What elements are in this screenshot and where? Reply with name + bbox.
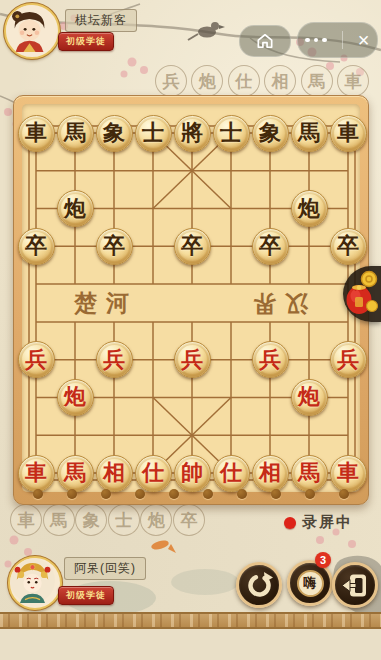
stud-icon — [67, 489, 77, 499]
piece-glyph: 車 — [337, 462, 359, 484]
decor-faded-piece: 卒 — [173, 504, 205, 536]
player-avatar[interactable] — [4, 3, 60, 59]
piece-black-soldier[interactable]: 卒 — [174, 228, 211, 265]
decor-faded-piece: 相 — [264, 65, 296, 97]
piece-glyph: 帥 — [181, 462, 203, 484]
stud-icon — [237, 489, 247, 499]
piece-red-elephant[interactable]: 相 — [252, 455, 289, 492]
stud-icon — [135, 489, 145, 499]
piece-glyph: 兵 — [25, 349, 47, 371]
board-frame-studs — [33, 489, 349, 499]
more-dots-icon — [305, 38, 310, 43]
piece-glyph: 仕 — [142, 462, 164, 484]
piece-glyph: 卒 — [181, 235, 203, 257]
piece-glyph: 相 — [259, 462, 281, 484]
piece-red-soldier[interactable]: 兵 — [330, 341, 367, 378]
piece-glyph: 車 — [337, 122, 359, 144]
piece-red-horse[interactable]: 馬 — [57, 455, 94, 492]
decor-faded-piece: 馬 — [301, 65, 333, 97]
exit-button[interactable] — [332, 562, 378, 608]
piece-red-horse[interactable]: 馬 — [291, 455, 328, 492]
piece-glyph: 相 — [103, 462, 125, 484]
piece-glyph: 馬 — [64, 122, 86, 144]
piece-red-chariot[interactable]: 車 — [330, 455, 367, 492]
piece-glyph: 卒 — [259, 235, 281, 257]
stud-icon — [271, 489, 281, 499]
piece-red-cannon[interactable]: 炮 — [291, 379, 328, 416]
decor-faded-piece: 象 — [75, 504, 107, 536]
system-capsule: × — [297, 22, 378, 58]
piece-glyph: 仕 — [220, 462, 242, 484]
player-rank-badge: 初级学徒 — [58, 32, 114, 51]
piece-glyph: 卒 — [25, 235, 47, 257]
piece-glyph: 卒 — [337, 235, 359, 257]
piece-black-elephant[interactable]: 象 — [252, 115, 289, 152]
decor-faded-piece: 車 — [10, 504, 42, 536]
piece-black-elephant[interactable]: 象 — [96, 115, 133, 152]
piece-glyph: 象 — [259, 122, 281, 144]
decor-faded-piece: 車 — [337, 65, 369, 97]
player-rank: 初级学徒 — [66, 36, 106, 46]
more-dots-icon — [314, 38, 319, 43]
piece-black-soldier[interactable]: 卒 — [252, 228, 289, 265]
stud-icon — [101, 489, 111, 499]
piece-red-soldier[interactable]: 兵 — [18, 341, 55, 378]
player-name: 棋坛新客 — [75, 13, 127, 27]
stud-icon — [33, 489, 43, 499]
piece-glyph: 象 — [103, 122, 125, 144]
piece-black-cannon[interactable]: 炮 — [291, 190, 328, 227]
piece-black-chariot[interactable]: 車 — [330, 115, 367, 152]
scroll-below-area — [0, 629, 381, 660]
piece-red-soldier[interactable]: 兵 — [252, 341, 289, 378]
home-icon — [255, 31, 275, 51]
stud-icon — [305, 489, 315, 499]
red-packet-icon — [345, 269, 379, 319]
piece-glyph: 馬 — [298, 462, 320, 484]
restart-icon — [246, 572, 273, 599]
decor-faded-piece: 仕 — [228, 65, 260, 97]
recording-indicator: 录屏中 — [284, 513, 353, 532]
game-screen: 兵炮仕相馬車 車馬象士炮卒 棋坛新客 初级学徒 × — [0, 0, 381, 660]
piece-red-elephant[interactable]: 相 — [96, 455, 133, 492]
piece-black-advisor[interactable]: 士 — [135, 115, 172, 152]
piece-black-chariot[interactable]: 車 — [18, 115, 55, 152]
recording-dot-icon — [284, 517, 296, 529]
opponent-name-plate: 阿呆(回笑) — [64, 557, 146, 580]
piece-black-soldier[interactable]: 卒 — [330, 228, 367, 265]
piece-red-advisor[interactable]: 仕 — [213, 455, 250, 492]
piece-glyph: 兵 — [103, 349, 125, 371]
more-button[interactable] — [305, 38, 327, 43]
piece-glyph: 兵 — [181, 349, 203, 371]
piece-glyph: 炮 — [64, 198, 86, 220]
piece-glyph: 馬 — [64, 462, 86, 484]
piece-black-horse[interactable]: 馬 — [291, 115, 328, 152]
piece-glyph: 車 — [25, 462, 47, 484]
opponent-name: 阿呆(回笑) — [74, 561, 136, 575]
piece-black-soldier[interactable]: 卒 — [18, 228, 55, 265]
stud-icon — [169, 489, 179, 499]
scroll-bottom-rail — [0, 612, 381, 629]
more-dots-icon — [322, 38, 327, 43]
red-packet-button[interactable] — [343, 266, 381, 322]
piece-glyph: 炮 — [298, 198, 320, 220]
opponent-avatar[interactable] — [8, 556, 62, 610]
piece-glyph: 車 — [25, 122, 47, 144]
decor-bird — [188, 22, 225, 40]
piece-black-cannon[interactable]: 炮 — [57, 190, 94, 227]
chat-inner-disc: 嗨 — [297, 570, 324, 597]
piece-glyph: 士 — [142, 122, 164, 144]
home-button[interactable] — [239, 25, 291, 57]
piece-red-general[interactable]: 帥 — [174, 455, 211, 492]
piece-glyph: 炮 — [298, 386, 320, 408]
piece-glyph: 炮 — [64, 386, 86, 408]
exit-icon — [342, 572, 369, 599]
xiangqi-board: 楚河 汉界 車馬象士將士象馬車炮炮卒卒卒卒卒兵兵兵兵兵炮炮車馬相仕帥仕相馬車 — [13, 95, 369, 505]
stud-icon — [203, 489, 213, 499]
river-label-left: 楚河 — [74, 288, 138, 319]
opponent-rank: 初级学徒 — [66, 590, 106, 600]
recording-label: 录屏中 — [302, 513, 353, 532]
chat-label: 嗨 — [304, 574, 317, 592]
piece-red-advisor[interactable]: 仕 — [135, 455, 172, 492]
decor-faded-piece: 馬 — [43, 504, 75, 536]
close-icon: × — [358, 29, 370, 51]
player-avatar-art — [6, 5, 53, 52]
opponent-avatar-art — [10, 558, 55, 603]
chat-badge: 3 — [315, 552, 331, 568]
piece-red-cannon[interactable]: 炮 — [57, 379, 94, 416]
piece-glyph: 馬 — [298, 122, 320, 144]
opponent-rank-badge: 初级学徒 — [58, 586, 114, 605]
decor-faded-piece: 炮 — [191, 65, 223, 97]
decor-faded-piece: 士 — [108, 504, 140, 536]
player-name-plate: 棋坛新客 — [65, 9, 137, 32]
chat-badge-count: 3 — [320, 554, 326, 566]
piece-black-advisor[interactable]: 士 — [213, 115, 250, 152]
piece-glyph: 兵 — [337, 349, 359, 371]
decor-faded-piece: 兵 — [155, 65, 187, 97]
piece-red-soldier[interactable]: 兵 — [174, 341, 211, 378]
piece-black-general[interactable]: 將 — [174, 115, 211, 152]
piece-red-soldier[interactable]: 兵 — [96, 341, 133, 378]
piece-glyph: 將 — [181, 122, 203, 144]
piece-black-horse[interactable]: 馬 — [57, 115, 94, 152]
capsule-divider — [342, 31, 343, 49]
stud-icon — [339, 489, 349, 499]
piece-glyph: 士 — [220, 122, 242, 144]
restart-button[interactable] — [236, 562, 282, 608]
river-label-right: 汉界 — [244, 288, 308, 319]
close-button[interactable]: × — [358, 30, 370, 50]
decor-faded-piece: 炮 — [140, 504, 172, 536]
piece-black-soldier[interactable]: 卒 — [96, 228, 133, 265]
piece-glyph: 兵 — [259, 349, 281, 371]
piece-glyph: 卒 — [103, 235, 125, 257]
piece-red-chariot[interactable]: 車 — [18, 455, 55, 492]
